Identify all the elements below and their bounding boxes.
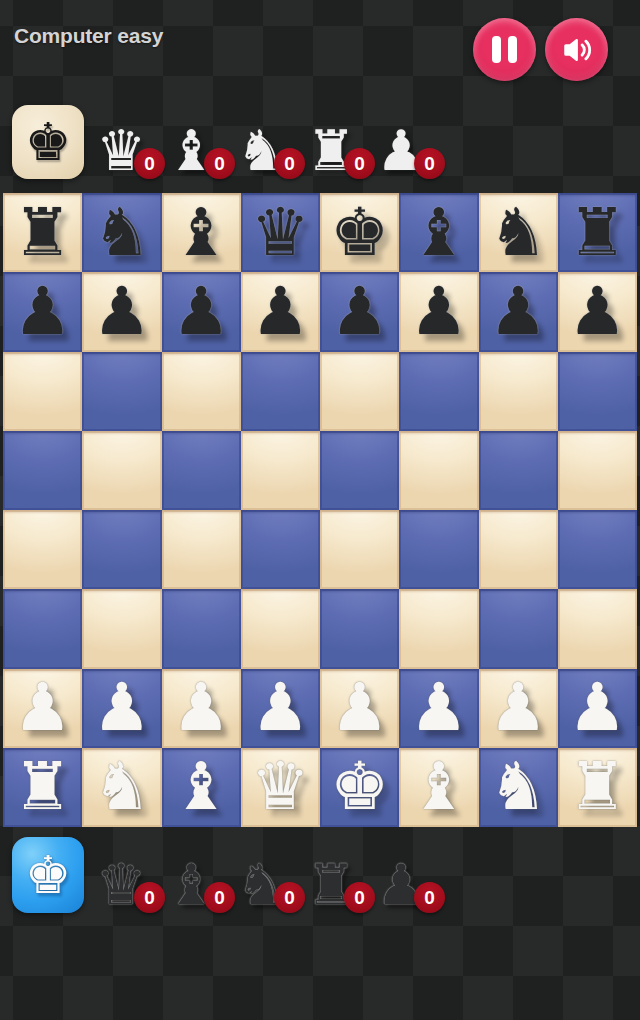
square-d8[interactable]: ♛ [241,193,320,272]
square-b7[interactable]: ♟ [82,272,161,351]
square-e1[interactable]: ♚ [320,748,399,827]
square-c4[interactable] [162,510,241,589]
pause-button[interactable] [473,18,536,81]
white-pawn: ♟ [558,669,637,748]
captured-count-badge: 0 [344,148,375,179]
black-king-avatar-icon: ♚ [25,116,72,168]
square-a2[interactable]: ♟ [3,669,82,748]
square-a8[interactable]: ♜ [3,193,82,272]
white-pawn: ♟ [479,669,558,748]
square-f5[interactable] [399,431,478,510]
captured-count-badge: 0 [274,882,305,913]
square-g6[interactable] [479,352,558,431]
black-pawn: ♟ [3,272,82,351]
captured-count-badge: 0 [134,148,165,179]
black-queen: ♛ [241,193,320,272]
square-b3[interactable] [82,589,161,668]
black-bishop: ♝ [399,193,478,272]
white-player-captured-tray: ♚ ♛0♝0♞0♜0♟0 [12,837,442,913]
black-pawn: ♟ [241,272,320,351]
square-h5[interactable] [558,431,637,510]
square-f6[interactable] [399,352,478,431]
white-pawn: ♟ [3,669,82,748]
square-d6[interactable] [241,352,320,431]
white-knight: ♞ [82,748,161,827]
captured-count-badge: 0 [204,148,235,179]
square-f1[interactable]: ♝ [399,748,478,827]
black-knight: ♞ [82,193,161,272]
square-h1[interactable]: ♜ [558,748,637,827]
square-b4[interactable] [82,510,161,589]
captured-count-badge: 0 [134,882,165,913]
chess-game-screen: Computer easy ♚ ♛0♝0♞0♜0♟0 ♜♞♝♛♚♝♞♜♟♟♟♟♟… [0,0,640,1020]
square-b1[interactable]: ♞ [82,748,161,827]
white-rook: ♜ [3,748,82,827]
square-d7[interactable]: ♟ [241,272,320,351]
square-f3[interactable] [399,589,478,668]
captured-black-queen: ♛0 [92,837,162,913]
square-e8[interactable]: ♚ [320,193,399,272]
square-b8[interactable]: ♞ [82,193,161,272]
square-g2[interactable]: ♟ [479,669,558,748]
white-king-avatar-icon: ♚ [25,849,72,901]
square-g5[interactable] [479,431,558,510]
square-a3[interactable] [3,589,82,668]
square-e7[interactable]: ♟ [320,272,399,351]
square-c5[interactable] [162,431,241,510]
speaker-on-icon [559,32,595,68]
square-b2[interactable]: ♟ [82,669,161,748]
square-f8[interactable]: ♝ [399,193,478,272]
black-player-captured-tray: ♚ ♛0♝0♞0♜0♟0 [12,105,442,179]
captured-white-queen: ♛0 [92,105,162,179]
captured-count-badge: 0 [414,148,445,179]
square-a1[interactable]: ♜ [3,748,82,827]
pause-icon [492,36,517,63]
square-h4[interactable] [558,510,637,589]
white-pawn: ♟ [320,669,399,748]
captured-count-badge: 0 [414,882,445,913]
captured-count-badge: 0 [274,148,305,179]
black-rook: ♜ [3,193,82,272]
square-f7[interactable]: ♟ [399,272,478,351]
square-c2[interactable]: ♟ [162,669,241,748]
chess-board: ♜♞♝♛♚♝♞♜♟♟♟♟♟♟♟♟♟♟♟♟♟♟♟♟♜♞♝♛♚♝♞♜ [3,193,637,827]
square-a6[interactable] [3,352,82,431]
square-c6[interactable] [162,352,241,431]
square-h2[interactable]: ♟ [558,669,637,748]
black-pawn: ♟ [82,272,161,351]
square-h8[interactable]: ♜ [558,193,637,272]
captured-black-pieces: ♛0♝0♞0♜0♟0 [92,837,442,913]
square-a5[interactable] [3,431,82,510]
square-d2[interactable]: ♟ [241,669,320,748]
captured-count-badge: 0 [204,882,235,913]
square-c8[interactable]: ♝ [162,193,241,272]
white-knight: ♞ [479,748,558,827]
square-e4[interactable] [320,510,399,589]
black-pawn: ♟ [320,272,399,351]
black-player-avatar: ♚ [12,105,84,179]
square-e2[interactable]: ♟ [320,669,399,748]
square-g4[interactable] [479,510,558,589]
captured-black-rook: ♜0 [302,837,372,913]
square-c1[interactable]: ♝ [162,748,241,827]
square-d4[interactable] [241,510,320,589]
square-e5[interactable] [320,431,399,510]
white-player-avatar-active-turn: ♚ [12,837,84,913]
white-bishop: ♝ [399,748,478,827]
square-e3[interactable] [320,589,399,668]
page-title: Computer easy [14,24,163,48]
black-rook: ♜ [558,193,637,272]
captured-white-rook: ♜0 [302,105,372,179]
sound-button[interactable] [545,18,608,81]
square-b5[interactable] [82,431,161,510]
square-b6[interactable] [82,352,161,431]
white-pawn: ♟ [162,669,241,748]
square-c3[interactable] [162,589,241,668]
black-bishop: ♝ [162,193,241,272]
white-king: ♚ [320,748,399,827]
captured-white-pieces: ♛0♝0♞0♜0♟0 [92,105,442,179]
black-king: ♚ [320,193,399,272]
square-d3[interactable] [241,589,320,668]
white-queen: ♛ [241,748,320,827]
black-pawn: ♟ [162,272,241,351]
square-h6[interactable] [558,352,637,431]
square-c7[interactable]: ♟ [162,272,241,351]
captured-black-pawn: ♟0 [372,837,442,913]
white-pawn: ♟ [399,669,478,748]
captured-white-knight: ♞0 [232,105,302,179]
white-pawn: ♟ [82,669,161,748]
square-h3[interactable] [558,589,637,668]
square-d1[interactable]: ♛ [241,748,320,827]
square-h7[interactable]: ♟ [558,272,637,351]
captured-black-bishop: ♝0 [162,837,232,913]
white-rook: ♜ [558,748,637,827]
captured-white-pawn: ♟0 [372,105,442,179]
square-a7[interactable]: ♟ [3,272,82,351]
square-g3[interactable] [479,589,558,668]
white-pawn: ♟ [241,669,320,748]
square-a4[interactable] [3,510,82,589]
square-e6[interactable] [320,352,399,431]
square-d5[interactable] [241,431,320,510]
square-g7[interactable]: ♟ [479,272,558,351]
square-f2[interactable]: ♟ [399,669,478,748]
black-pawn: ♟ [399,272,478,351]
black-pawn: ♟ [558,272,637,351]
captured-white-bishop: ♝0 [162,105,232,179]
white-bishop: ♝ [162,748,241,827]
black-knight: ♞ [479,193,558,272]
topbar-controls [473,18,608,81]
square-g1[interactable]: ♞ [479,748,558,827]
black-pawn: ♟ [479,272,558,351]
captured-count-badge: 0 [344,882,375,913]
captured-black-knight: ♞0 [232,837,302,913]
square-g8[interactable]: ♞ [479,193,558,272]
square-f4[interactable] [399,510,478,589]
